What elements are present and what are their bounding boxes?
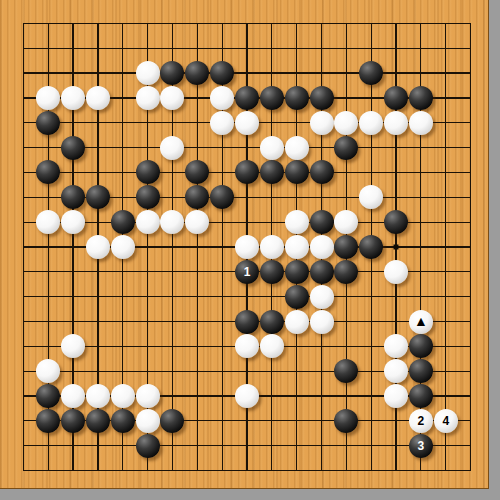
board-intersection[interactable] bbox=[185, 409, 210, 434]
black-stone[interactable] bbox=[61, 185, 85, 209]
board-intersection[interactable] bbox=[409, 334, 434, 359]
board-intersection[interactable] bbox=[409, 160, 434, 185]
board-intersection[interactable] bbox=[433, 384, 458, 409]
board-intersection[interactable] bbox=[458, 309, 483, 334]
board-intersection[interactable] bbox=[135, 409, 160, 434]
board-intersection[interactable] bbox=[309, 433, 334, 458]
board-intersection[interactable] bbox=[384, 359, 409, 384]
board-intersection[interactable] bbox=[409, 210, 434, 235]
black-stone[interactable] bbox=[285, 285, 309, 309]
black-stone[interactable] bbox=[260, 160, 284, 184]
board-intersection[interactable] bbox=[210, 135, 235, 160]
board-intersection[interactable] bbox=[185, 309, 210, 334]
board-intersection[interactable] bbox=[86, 235, 111, 260]
board-intersection[interactable]: 4 bbox=[433, 409, 458, 434]
board-intersection[interactable] bbox=[259, 135, 284, 160]
board-intersection[interactable] bbox=[36, 11, 61, 36]
board-intersection[interactable] bbox=[86, 359, 111, 384]
black-stone[interactable] bbox=[235, 86, 259, 110]
board-intersection[interactable] bbox=[284, 135, 309, 160]
board-intersection[interactable] bbox=[11, 86, 36, 111]
board-intersection[interactable] bbox=[284, 409, 309, 434]
white-stone[interactable] bbox=[185, 210, 209, 234]
black-stone[interactable]: 3 bbox=[409, 434, 433, 458]
board-intersection[interactable] bbox=[185, 284, 210, 309]
board-intersection[interactable] bbox=[384, 36, 409, 61]
board-intersection[interactable] bbox=[458, 409, 483, 434]
board-intersection[interactable] bbox=[458, 334, 483, 359]
board-intersection[interactable] bbox=[334, 185, 359, 210]
board-intersection[interactable]: 3 bbox=[409, 433, 434, 458]
white-stone[interactable] bbox=[136, 86, 160, 110]
white-stone[interactable] bbox=[260, 334, 284, 358]
board-intersection[interactable] bbox=[135, 384, 160, 409]
board-intersection[interactable] bbox=[160, 284, 185, 309]
white-stone[interactable] bbox=[285, 136, 309, 160]
board-intersection[interactable] bbox=[61, 259, 86, 284]
board-intersection[interactable] bbox=[359, 185, 384, 210]
board-intersection[interactable] bbox=[334, 160, 359, 185]
board-intersection[interactable] bbox=[409, 458, 434, 483]
white-stone[interactable] bbox=[61, 210, 85, 234]
white-stone[interactable] bbox=[310, 285, 334, 309]
board-intersection[interactable] bbox=[235, 110, 260, 135]
board-intersection[interactable] bbox=[86, 36, 111, 61]
board-intersection[interactable] bbox=[61, 433, 86, 458]
board-intersection[interactable] bbox=[409, 110, 434, 135]
black-stone[interactable] bbox=[136, 160, 160, 184]
board-intersection[interactable] bbox=[110, 110, 135, 135]
board-intersection[interactable] bbox=[135, 309, 160, 334]
board-intersection[interactable] bbox=[433, 235, 458, 260]
board-intersection[interactable] bbox=[86, 409, 111, 434]
board-intersection[interactable] bbox=[11, 359, 36, 384]
board-intersection[interactable] bbox=[284, 235, 309, 260]
board-intersection[interactable] bbox=[235, 185, 260, 210]
board-intersection[interactable] bbox=[384, 210, 409, 235]
board-intersection[interactable] bbox=[334, 309, 359, 334]
board-intersection[interactable] bbox=[433, 309, 458, 334]
board-intersection[interactable] bbox=[458, 458, 483, 483]
white-stone[interactable] bbox=[235, 334, 259, 358]
board-intersection[interactable] bbox=[359, 309, 384, 334]
board-intersection[interactable] bbox=[284, 284, 309, 309]
board-intersection[interactable] bbox=[61, 11, 86, 36]
board-intersection[interactable] bbox=[210, 160, 235, 185]
board-intersection[interactable] bbox=[160, 36, 185, 61]
board-intersection[interactable] bbox=[235, 309, 260, 334]
board-intersection[interactable] bbox=[135, 86, 160, 111]
black-stone[interactable]: 1 bbox=[235, 260, 259, 284]
board-intersection[interactable] bbox=[309, 110, 334, 135]
board-intersection[interactable] bbox=[384, 309, 409, 334]
board-intersection[interactable] bbox=[86, 433, 111, 458]
black-stone[interactable] bbox=[86, 185, 110, 209]
board-intersection[interactable] bbox=[135, 284, 160, 309]
board-intersection[interactable] bbox=[409, 284, 434, 309]
board-intersection[interactable] bbox=[259, 210, 284, 235]
board-intersection[interactable] bbox=[86, 160, 111, 185]
black-stone[interactable] bbox=[409, 334, 433, 358]
board-intersection[interactable] bbox=[210, 334, 235, 359]
board-intersection[interactable] bbox=[384, 110, 409, 135]
board-intersection[interactable] bbox=[86, 86, 111, 111]
board-intersection[interactable] bbox=[384, 160, 409, 185]
board-intersection[interactable] bbox=[36, 86, 61, 111]
board-intersection[interactable] bbox=[86, 259, 111, 284]
board-intersection[interactable] bbox=[160, 61, 185, 86]
white-stone[interactable] bbox=[61, 334, 85, 358]
board-intersection[interactable] bbox=[384, 185, 409, 210]
board-intersection[interactable] bbox=[160, 433, 185, 458]
board-intersection[interactable] bbox=[110, 185, 135, 210]
board-intersection[interactable] bbox=[135, 185, 160, 210]
board-intersection[interactable] bbox=[135, 235, 160, 260]
board-intersection[interactable] bbox=[284, 309, 309, 334]
board-intersection[interactable] bbox=[259, 61, 284, 86]
board-intersection[interactable] bbox=[36, 409, 61, 434]
board-intersection[interactable] bbox=[160, 235, 185, 260]
board-intersection[interactable] bbox=[185, 110, 210, 135]
board-intersection[interactable] bbox=[433, 210, 458, 235]
white-stone[interactable] bbox=[260, 136, 284, 160]
board-intersection[interactable] bbox=[409, 384, 434, 409]
white-stone[interactable] bbox=[384, 111, 408, 135]
board-intersection[interactable] bbox=[86, 61, 111, 86]
board-intersection[interactable] bbox=[235, 235, 260, 260]
board-intersection[interactable] bbox=[433, 36, 458, 61]
white-stone[interactable] bbox=[136, 61, 160, 85]
board-intersection[interactable] bbox=[259, 11, 284, 36]
board-intersection[interactable] bbox=[185, 334, 210, 359]
board-intersection[interactable] bbox=[284, 11, 309, 36]
white-stone[interactable] bbox=[334, 210, 358, 234]
black-stone[interactable] bbox=[185, 185, 209, 209]
board-intersection[interactable] bbox=[309, 210, 334, 235]
board-intersection[interactable] bbox=[409, 135, 434, 160]
board-intersection[interactable] bbox=[259, 110, 284, 135]
black-stone[interactable] bbox=[285, 160, 309, 184]
white-stone[interactable] bbox=[160, 136, 184, 160]
board-intersection[interactable] bbox=[235, 433, 260, 458]
board-intersection[interactable] bbox=[384, 334, 409, 359]
board-intersection[interactable] bbox=[433, 61, 458, 86]
board-intersection[interactable] bbox=[185, 160, 210, 185]
board-intersection[interactable] bbox=[110, 284, 135, 309]
board-intersection[interactable] bbox=[11, 384, 36, 409]
board-intersection[interactable] bbox=[110, 309, 135, 334]
board-intersection[interactable] bbox=[160, 160, 185, 185]
board-intersection[interactable] bbox=[36, 458, 61, 483]
board-intersection[interactable] bbox=[334, 86, 359, 111]
board-intersection[interactable] bbox=[284, 185, 309, 210]
board-intersection[interactable] bbox=[135, 61, 160, 86]
board-intersection[interactable] bbox=[284, 110, 309, 135]
board-intersection[interactable] bbox=[334, 334, 359, 359]
board-intersection[interactable] bbox=[61, 135, 86, 160]
board-intersection[interactable] bbox=[86, 185, 111, 210]
board-intersection[interactable] bbox=[309, 359, 334, 384]
board-intersection[interactable] bbox=[11, 235, 36, 260]
board-intersection[interactable] bbox=[259, 284, 284, 309]
board-intersection[interactable] bbox=[36, 160, 61, 185]
board-intersection[interactable] bbox=[135, 259, 160, 284]
board-intersection[interactable] bbox=[135, 135, 160, 160]
board-intersection[interactable] bbox=[110, 259, 135, 284]
board-intersection[interactable] bbox=[458, 210, 483, 235]
board-intersection[interactable] bbox=[235, 61, 260, 86]
board-intersection[interactable] bbox=[235, 334, 260, 359]
board-intersection[interactable] bbox=[11, 110, 36, 135]
board-intersection[interactable] bbox=[86, 284, 111, 309]
white-stone[interactable] bbox=[160, 210, 184, 234]
board-intersection[interactable] bbox=[359, 86, 384, 111]
board-intersection[interactable] bbox=[458, 185, 483, 210]
board-intersection[interactable] bbox=[458, 36, 483, 61]
board-intersection[interactable] bbox=[61, 359, 86, 384]
board-intersection[interactable] bbox=[61, 61, 86, 86]
white-stone[interactable]: 2 bbox=[409, 409, 433, 433]
board-intersection[interactable] bbox=[86, 334, 111, 359]
board-intersection[interactable] bbox=[185, 259, 210, 284]
black-stone[interactable] bbox=[136, 185, 160, 209]
board-intersection[interactable] bbox=[309, 384, 334, 409]
board-intersection[interactable] bbox=[110, 61, 135, 86]
board-intersection[interactable] bbox=[309, 160, 334, 185]
board-intersection[interactable] bbox=[210, 458, 235, 483]
board-intersection[interactable] bbox=[61, 210, 86, 235]
board-intersection[interactable] bbox=[309, 334, 334, 359]
board-intersection[interactable] bbox=[359, 110, 384, 135]
black-stone[interactable] bbox=[36, 160, 60, 184]
board-intersection[interactable] bbox=[433, 185, 458, 210]
board-intersection[interactable] bbox=[11, 11, 36, 36]
board-intersection[interactable] bbox=[86, 210, 111, 235]
white-stone[interactable] bbox=[111, 384, 135, 408]
board-intersection[interactable] bbox=[210, 259, 235, 284]
board-intersection[interactable] bbox=[259, 458, 284, 483]
board-intersection[interactable] bbox=[458, 235, 483, 260]
black-stone[interactable] bbox=[285, 260, 309, 284]
board-intersection[interactable] bbox=[284, 433, 309, 458]
board-intersection[interactable] bbox=[284, 160, 309, 185]
board-intersection[interactable] bbox=[284, 334, 309, 359]
black-stone[interactable] bbox=[359, 61, 383, 85]
board-intersection[interactable] bbox=[359, 210, 384, 235]
board-intersection[interactable]: 2 bbox=[409, 409, 434, 434]
board-intersection[interactable] bbox=[185, 458, 210, 483]
board-intersection[interactable] bbox=[284, 61, 309, 86]
board-intersection[interactable] bbox=[110, 86, 135, 111]
board-intersection[interactable] bbox=[359, 359, 384, 384]
black-stone[interactable] bbox=[111, 210, 135, 234]
white-stone[interactable] bbox=[86, 86, 110, 110]
board-intersection[interactable] bbox=[110, 359, 135, 384]
black-stone[interactable] bbox=[210, 185, 234, 209]
black-stone[interactable] bbox=[310, 260, 334, 284]
black-stone[interactable] bbox=[36, 384, 60, 408]
board-intersection[interactable] bbox=[160, 185, 185, 210]
board-intersection[interactable] bbox=[259, 433, 284, 458]
board-intersection[interactable] bbox=[110, 433, 135, 458]
board-intersection[interactable] bbox=[36, 284, 61, 309]
board-intersection[interactable] bbox=[160, 210, 185, 235]
white-stone[interactable]: ▲ bbox=[409, 310, 433, 334]
board-intersection[interactable] bbox=[210, 86, 235, 111]
board-intersection[interactable] bbox=[433, 284, 458, 309]
board-intersection[interactable] bbox=[185, 433, 210, 458]
board-intersection[interactable] bbox=[36, 210, 61, 235]
board-intersection[interactable] bbox=[160, 86, 185, 111]
board-intersection[interactable] bbox=[160, 259, 185, 284]
white-stone[interactable] bbox=[310, 310, 334, 334]
white-stone[interactable] bbox=[384, 260, 408, 284]
board-intersection[interactable] bbox=[284, 458, 309, 483]
board-intersection[interactable] bbox=[384, 409, 409, 434]
black-stone[interactable] bbox=[285, 86, 309, 110]
board-intersection[interactable] bbox=[309, 409, 334, 434]
board-intersection[interactable] bbox=[259, 36, 284, 61]
board-intersection[interactable] bbox=[135, 210, 160, 235]
board-intersection[interactable] bbox=[36, 135, 61, 160]
board-intersection[interactable] bbox=[384, 259, 409, 284]
board-intersection[interactable] bbox=[334, 259, 359, 284]
board-intersection[interactable] bbox=[110, 135, 135, 160]
black-stone[interactable] bbox=[310, 160, 334, 184]
white-stone[interactable] bbox=[36, 359, 60, 383]
board-intersection[interactable] bbox=[110, 11, 135, 36]
board-intersection[interactable] bbox=[359, 135, 384, 160]
black-stone[interactable] bbox=[36, 409, 60, 433]
board-intersection[interactable] bbox=[110, 36, 135, 61]
black-stone[interactable] bbox=[310, 86, 334, 110]
white-stone[interactable] bbox=[86, 384, 110, 408]
board-intersection[interactable] bbox=[334, 135, 359, 160]
board-intersection[interactable] bbox=[433, 359, 458, 384]
board-intersection[interactable] bbox=[36, 235, 61, 260]
black-stone[interactable] bbox=[334, 260, 358, 284]
board-intersection[interactable] bbox=[160, 458, 185, 483]
white-stone[interactable] bbox=[260, 235, 284, 259]
board-intersection[interactable] bbox=[86, 11, 111, 36]
board-intersection[interactable] bbox=[458, 433, 483, 458]
black-stone[interactable] bbox=[334, 136, 358, 160]
board-intersection[interactable] bbox=[359, 36, 384, 61]
board-intersection[interactable] bbox=[36, 61, 61, 86]
board-intersection[interactable] bbox=[86, 384, 111, 409]
white-stone[interactable] bbox=[61, 86, 85, 110]
board-intersection[interactable] bbox=[11, 284, 36, 309]
board-intersection[interactable] bbox=[86, 135, 111, 160]
board-intersection[interactable] bbox=[433, 86, 458, 111]
white-stone[interactable] bbox=[136, 210, 160, 234]
board-intersection[interactable] bbox=[61, 409, 86, 434]
board-intersection[interactable] bbox=[135, 458, 160, 483]
black-stone[interactable] bbox=[185, 61, 209, 85]
white-stone[interactable] bbox=[409, 111, 433, 135]
board-intersection[interactable] bbox=[210, 359, 235, 384]
white-stone[interactable] bbox=[285, 210, 309, 234]
board-intersection[interactable] bbox=[110, 334, 135, 359]
board-intersection[interactable] bbox=[11, 259, 36, 284]
board-intersection[interactable] bbox=[384, 384, 409, 409]
board-intersection[interactable] bbox=[359, 61, 384, 86]
black-stone[interactable] bbox=[185, 160, 209, 184]
board-intersection[interactable] bbox=[458, 110, 483, 135]
board-intersection[interactable] bbox=[86, 110, 111, 135]
board-intersection[interactable] bbox=[259, 409, 284, 434]
board-intersection[interactable] bbox=[235, 86, 260, 111]
board-intersection[interactable] bbox=[160, 384, 185, 409]
board-intersection[interactable] bbox=[235, 210, 260, 235]
board-intersection[interactable] bbox=[36, 110, 61, 135]
board-intersection[interactable] bbox=[334, 36, 359, 61]
white-stone[interactable] bbox=[36, 86, 60, 110]
board-intersection[interactable] bbox=[61, 235, 86, 260]
board-intersection[interactable] bbox=[359, 284, 384, 309]
board-intersection[interactable] bbox=[433, 11, 458, 36]
board-intersection[interactable] bbox=[61, 185, 86, 210]
black-stone[interactable] bbox=[384, 86, 408, 110]
board-intersection[interactable] bbox=[334, 61, 359, 86]
black-stone[interactable] bbox=[61, 136, 85, 160]
board-intersection[interactable] bbox=[235, 284, 260, 309]
board-intersection[interactable] bbox=[36, 384, 61, 409]
board-intersection[interactable] bbox=[384, 433, 409, 458]
white-stone[interactable] bbox=[235, 235, 259, 259]
board-intersection[interactable] bbox=[259, 86, 284, 111]
black-stone[interactable] bbox=[260, 310, 284, 334]
board-intersection[interactable] bbox=[210, 11, 235, 36]
white-stone[interactable] bbox=[310, 235, 334, 259]
board-intersection[interactable] bbox=[185, 359, 210, 384]
board-intersection[interactable] bbox=[61, 334, 86, 359]
board-intersection[interactable] bbox=[36, 309, 61, 334]
board-intersection[interactable] bbox=[160, 359, 185, 384]
black-stone[interactable] bbox=[409, 384, 433, 408]
board-intersection[interactable] bbox=[433, 135, 458, 160]
board-intersection[interactable] bbox=[110, 458, 135, 483]
board-intersection[interactable] bbox=[11, 135, 36, 160]
board-intersection[interactable] bbox=[160, 110, 185, 135]
board-intersection[interactable] bbox=[36, 433, 61, 458]
black-stone[interactable] bbox=[136, 434, 160, 458]
board-intersection[interactable] bbox=[359, 160, 384, 185]
board-intersection[interactable] bbox=[334, 110, 359, 135]
board-intersection[interactable] bbox=[235, 384, 260, 409]
board-intersection[interactable] bbox=[61, 36, 86, 61]
board-intersection[interactable] bbox=[384, 284, 409, 309]
white-stone[interactable] bbox=[111, 235, 135, 259]
board-intersection[interactable] bbox=[61, 458, 86, 483]
board-intersection[interactable] bbox=[309, 86, 334, 111]
board-intersection[interactable] bbox=[135, 334, 160, 359]
board-intersection[interactable] bbox=[359, 235, 384, 260]
board-intersection[interactable]: ▲ bbox=[409, 309, 434, 334]
board-intersection[interactable] bbox=[160, 11, 185, 36]
board-intersection[interactable] bbox=[110, 160, 135, 185]
board-intersection[interactable] bbox=[458, 284, 483, 309]
board-intersection[interactable] bbox=[210, 61, 235, 86]
white-stone[interactable] bbox=[384, 334, 408, 358]
board-intersection[interactable] bbox=[36, 359, 61, 384]
white-stone[interactable] bbox=[384, 359, 408, 383]
board-intersection[interactable] bbox=[334, 210, 359, 235]
black-stone[interactable] bbox=[334, 409, 358, 433]
board-intersection[interactable] bbox=[160, 409, 185, 434]
board-intersection[interactable] bbox=[259, 359, 284, 384]
board-intersection[interactable] bbox=[110, 210, 135, 235]
